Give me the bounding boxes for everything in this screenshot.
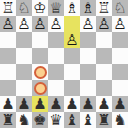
- square-f4[interactable]: [32, 48, 48, 64]
- black-rook[interactable]: ♜: [1, 112, 14, 128]
- square-h6[interactable]: [0, 80, 16, 96]
- square-g5[interactable]: [16, 64, 32, 80]
- black-pawn[interactable]: ♟: [49, 96, 62, 112]
- square-d2[interactable]: [64, 16, 80, 32]
- white-queen[interactable]: ♕: [49, 0, 62, 16]
- square-d5[interactable]: [64, 64, 80, 80]
- white-pawn[interactable]: ♙: [33, 16, 46, 32]
- square-b4[interactable]: [96, 48, 112, 64]
- square-h8[interactable]: ♜: [0, 112, 16, 128]
- square-f3[interactable]: [32, 32, 48, 48]
- square-d8[interactable]: ♝: [64, 112, 80, 128]
- white-knight[interactable]: ♘: [17, 0, 30, 16]
- white-pawn[interactable]: ♙: [81, 16, 94, 32]
- black-knight[interactable]: ♞: [113, 112, 126, 128]
- square-d7[interactable]: ♟: [64, 96, 80, 112]
- white-pawn[interactable]: ♙: [49, 16, 62, 32]
- white-bishop[interactable]: ♗: [81, 0, 94, 16]
- white-pawn[interactable]: ♙: [1, 16, 14, 32]
- square-a6[interactable]: [112, 80, 128, 96]
- square-a3[interactable]: [112, 32, 128, 48]
- square-g8[interactable]: ♞: [16, 112, 32, 128]
- square-c4[interactable]: [80, 48, 96, 64]
- square-h1[interactable]: ♖: [0, 0, 16, 16]
- square-h4[interactable]: [0, 48, 16, 64]
- black-knight[interactable]: ♞: [17, 112, 30, 128]
- white-bishop[interactable]: ♗: [65, 0, 78, 16]
- square-e5[interactable]: [48, 64, 64, 80]
- square-a8[interactable]: ♞: [112, 112, 128, 128]
- move-target-circle[interactable]: [34, 66, 47, 79]
- square-e3[interactable]: [48, 32, 64, 48]
- black-pawn[interactable]: ♟: [65, 96, 78, 112]
- black-king[interactable]: ♚: [33, 112, 46, 128]
- white-rook[interactable]: ♖: [97, 0, 110, 16]
- square-f8[interactable]: ♚: [32, 112, 48, 128]
- square-c8[interactable]: ♝: [80, 112, 96, 128]
- square-a5[interactable]: [112, 64, 128, 80]
- black-pawn[interactable]: ♟: [17, 96, 30, 112]
- square-c6[interactable]: [80, 80, 96, 96]
- black-pawn[interactable]: ♟: [1, 96, 14, 112]
- square-h5[interactable]: [0, 64, 16, 80]
- square-f1[interactable]: ♔: [32, 0, 48, 16]
- black-pawn[interactable]: ♟: [33, 96, 46, 112]
- black-pawn[interactable]: ♟: [113, 96, 126, 112]
- square-f5[interactable]: [32, 64, 48, 80]
- black-bishop[interactable]: ♝: [65, 112, 78, 128]
- square-c5[interactable]: [80, 64, 96, 80]
- square-a4[interactable]: [112, 48, 128, 64]
- square-c2[interactable]: ♙: [80, 16, 96, 32]
- square-g6[interactable]: [16, 80, 32, 96]
- white-pawn[interactable]: ♙: [97, 16, 110, 32]
- square-e4[interactable]: [48, 48, 64, 64]
- square-e1[interactable]: ♕: [48, 0, 64, 16]
- square-g4[interactable]: [16, 48, 32, 64]
- square-c7[interactable]: ♟: [80, 96, 96, 112]
- square-b5[interactable]: [96, 64, 112, 80]
- square-b2[interactable]: ♙: [96, 16, 112, 32]
- square-b7[interactable]: ♟: [96, 96, 112, 112]
- square-e8[interactable]: ♛: [48, 112, 64, 128]
- square-h2[interactable]: ♙: [0, 16, 16, 32]
- white-knight[interactable]: ♘: [113, 0, 126, 16]
- square-a1[interactable]: ♘: [112, 0, 128, 16]
- square-c1[interactable]: ♗: [80, 0, 96, 16]
- square-b3[interactable]: [96, 32, 112, 48]
- square-a7[interactable]: ♟: [112, 96, 128, 112]
- square-f6[interactable]: [32, 80, 48, 96]
- square-a2[interactable]: ♙: [112, 16, 128, 32]
- square-d3[interactable]: ♙: [64, 32, 80, 48]
- square-e6[interactable]: [48, 80, 64, 96]
- chess-board: ♖♘♔♕♗♗♖♘♙♙♙♙♙♙♙♙♟♟♟♟♟♟♟♟♜♞♚♛♝♝♜♞: [0, 0, 128, 128]
- black-queen[interactable]: ♛: [49, 112, 62, 128]
- square-d4[interactable]: [64, 48, 80, 64]
- move-target-circle[interactable]: [34, 82, 47, 95]
- square-g2[interactable]: ♙: [16, 16, 32, 32]
- square-f2[interactable]: ♙: [32, 16, 48, 32]
- black-pawn[interactable]: ♟: [81, 96, 94, 112]
- square-e2[interactable]: ♙: [48, 16, 64, 32]
- black-bishop[interactable]: ♝: [81, 112, 94, 128]
- white-rook[interactable]: ♖: [1, 0, 14, 16]
- square-h7[interactable]: ♟: [0, 96, 16, 112]
- square-e7[interactable]: ♟: [48, 96, 64, 112]
- white-pawn[interactable]: ♙: [65, 32, 78, 48]
- square-g7[interactable]: ♟: [16, 96, 32, 112]
- square-d6[interactable]: [64, 80, 80, 96]
- square-b8[interactable]: ♜: [96, 112, 112, 128]
- square-d1[interactable]: ♗: [64, 0, 80, 16]
- white-pawn[interactable]: ♙: [113, 16, 126, 32]
- square-g3[interactable]: [16, 32, 32, 48]
- square-f7[interactable]: ♟: [32, 96, 48, 112]
- black-rook[interactable]: ♜: [97, 112, 110, 128]
- square-c3[interactable]: [80, 32, 96, 48]
- white-king[interactable]: ♔: [33, 0, 46, 16]
- square-h3[interactable]: [0, 32, 16, 48]
- square-g1[interactable]: ♘: [16, 0, 32, 16]
- square-b6[interactable]: [96, 80, 112, 96]
- white-pawn[interactable]: ♙: [17, 16, 30, 32]
- square-b1[interactable]: ♖: [96, 0, 112, 16]
- black-pawn[interactable]: ♟: [97, 96, 110, 112]
